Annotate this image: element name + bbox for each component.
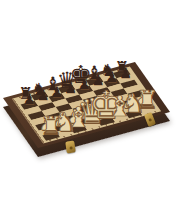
chess-set-product-photo: ♜♞♝♛♚♝♞♜♟♟♟♟♟♟♟♟♟♟♟♟♟♟♟♟♜♞♝♛♚♝♞♜ — [0, 0, 178, 222]
board-decorative-border — [12, 67, 161, 144]
brass-clasp-front — [65, 140, 76, 153]
